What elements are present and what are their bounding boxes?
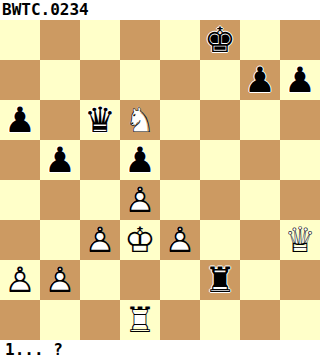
square-b3[interactable] (40, 220, 80, 260)
black-king-piece: ♚ (200, 20, 240, 60)
square-c1[interactable] (80, 300, 120, 340)
square-g3[interactable] (240, 220, 280, 260)
white-pawn-outline: ♙ (40, 260, 80, 300)
square-b1[interactable] (40, 300, 80, 340)
square-c6[interactable]: ♛ (80, 100, 120, 140)
square-g4[interactable] (240, 180, 280, 220)
square-e1[interactable] (160, 300, 200, 340)
square-f8[interactable]: ♚ (200, 20, 240, 60)
square-c3[interactable]: ♟♙ (80, 220, 120, 260)
square-e2[interactable] (160, 260, 200, 300)
black-pawn-piece: ♟ (280, 60, 320, 100)
white-rook-piece: ♜ (120, 300, 160, 340)
square-e6[interactable] (160, 100, 200, 140)
square-c5[interactable] (80, 140, 120, 180)
square-d6[interactable]: ♞♘ (120, 100, 160, 140)
black-queen-piece: ♛ (80, 100, 120, 140)
white-pawn-piece: ♟ (0, 260, 40, 300)
square-f6[interactable] (200, 100, 240, 140)
square-b2[interactable]: ♟♙ (40, 260, 80, 300)
square-f4[interactable] (200, 180, 240, 220)
white-pawn-outline: ♙ (80, 220, 120, 260)
white-pawn-outline: ♙ (160, 220, 200, 260)
move-prompt: 1... ? (0, 340, 320, 360)
square-a5[interactable] (0, 140, 40, 180)
square-e7[interactable] (160, 60, 200, 100)
square-e8[interactable] (160, 20, 200, 60)
square-a4[interactable] (0, 180, 40, 220)
square-c2[interactable] (80, 260, 120, 300)
square-c7[interactable] (80, 60, 120, 100)
square-a7[interactable] (0, 60, 40, 100)
square-a6[interactable]: ♟ (0, 100, 40, 140)
square-g5[interactable] (240, 140, 280, 180)
square-d7[interactable] (120, 60, 160, 100)
square-g2[interactable] (240, 260, 280, 300)
square-c4[interactable] (80, 180, 120, 220)
square-h4[interactable] (280, 180, 320, 220)
square-a1[interactable] (0, 300, 40, 340)
square-e3[interactable]: ♟♙ (160, 220, 200, 260)
white-queen-piece: ♛ (280, 220, 320, 260)
square-e4[interactable] (160, 180, 200, 220)
chess-board: ♚♟♟♟♛♞♘♟♟♟♙♟♙♚♔♟♙♛♕♟♙♟♙♜♜♖ (0, 20, 320, 340)
white-king-piece: ♚ (120, 220, 160, 260)
white-knight-piece: ♞ (120, 100, 160, 140)
square-b8[interactable] (40, 20, 80, 60)
square-b7[interactable] (40, 60, 80, 100)
white-knight-outline: ♘ (120, 100, 160, 140)
white-pawn-piece: ♟ (120, 180, 160, 220)
white-pawn-outline: ♙ (0, 260, 40, 300)
square-f3[interactable] (200, 220, 240, 260)
square-h2[interactable] (280, 260, 320, 300)
square-f1[interactable] (200, 300, 240, 340)
square-d4[interactable]: ♟♙ (120, 180, 160, 220)
square-g7[interactable]: ♟ (240, 60, 280, 100)
square-e5[interactable] (160, 140, 200, 180)
diagram-title: BWTC.0234 (0, 0, 320, 20)
square-h5[interactable] (280, 140, 320, 180)
square-g6[interactable] (240, 100, 280, 140)
black-rook-piece: ♜ (200, 260, 240, 300)
square-g8[interactable] (240, 20, 280, 60)
white-king-outline: ♔ (120, 220, 160, 260)
chess-diagram: BWTC.0234 ♚♟♟♟♛♞♘♟♟♟♙♟♙♚♔♟♙♛♕♟♙♟♙♜♜♖ 1..… (0, 0, 320, 360)
white-rook-outline: ♖ (120, 300, 160, 340)
square-b5[interactable]: ♟ (40, 140, 80, 180)
white-pawn-piece: ♟ (80, 220, 120, 260)
black-pawn-piece: ♟ (120, 140, 160, 180)
square-d8[interactable] (120, 20, 160, 60)
square-f5[interactable] (200, 140, 240, 180)
square-f7[interactable] (200, 60, 240, 100)
square-h3[interactable]: ♛♕ (280, 220, 320, 260)
white-pawn-outline: ♙ (120, 180, 160, 220)
white-queen-outline: ♕ (280, 220, 320, 260)
black-pawn-piece: ♟ (40, 140, 80, 180)
white-pawn-piece: ♟ (40, 260, 80, 300)
white-pawn-piece: ♟ (160, 220, 200, 260)
square-d3[interactable]: ♚♔ (120, 220, 160, 260)
square-a3[interactable] (0, 220, 40, 260)
square-b6[interactable] (40, 100, 80, 140)
square-a8[interactable] (0, 20, 40, 60)
square-f2[interactable]: ♜ (200, 260, 240, 300)
square-h6[interactable] (280, 100, 320, 140)
square-d1[interactable]: ♜♖ (120, 300, 160, 340)
square-b4[interactable] (40, 180, 80, 220)
black-pawn-piece: ♟ (240, 60, 280, 100)
square-a2[interactable]: ♟♙ (0, 260, 40, 300)
square-d5[interactable]: ♟ (120, 140, 160, 180)
black-pawn-piece: ♟ (0, 100, 40, 140)
square-h1[interactable] (280, 300, 320, 340)
square-h7[interactable]: ♟ (280, 60, 320, 100)
square-c8[interactable] (80, 20, 120, 60)
square-g1[interactable] (240, 300, 280, 340)
square-h8[interactable] (280, 20, 320, 60)
square-d2[interactable] (120, 260, 160, 300)
